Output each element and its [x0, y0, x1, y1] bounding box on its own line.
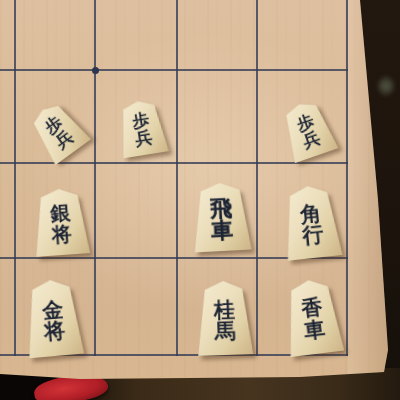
piece-kanji: 飛 車 — [209, 196, 233, 242]
piece-rook-2h[interactable]: 飛 車 — [191, 182, 251, 253]
light-reflection — [378, 76, 394, 96]
shogi-photo-scene: 歩 兵 歩 兵 歩 兵 銀 将 — [0, 0, 400, 400]
piece-knight-2i[interactable]: 桂 馬 — [196, 280, 254, 356]
piece-gold-4i[interactable]: 金 将 — [23, 278, 84, 359]
koma-face: 香 車 — [282, 277, 345, 357]
piece-pawn-3g[interactable]: 歩 兵 — [115, 98, 169, 159]
piece-silver-4h[interactable]: 銀 将 — [32, 187, 90, 257]
grid-line-vertical — [176, 0, 178, 356]
piece-kanji: 歩 兵 — [131, 111, 153, 148]
kanji-bottom: 車 — [211, 218, 234, 242]
piece-bishop-1h[interactable]: 角 行 — [280, 183, 342, 260]
koma-face: 銀 将 — [32, 187, 90, 257]
grid-line-vertical — [94, 0, 96, 356]
koma-face: 飛 車 — [191, 182, 251, 253]
koma-face: 角 行 — [280, 183, 342, 260]
koma-face: 歩 兵 — [115, 98, 169, 159]
star-point — [92, 67, 99, 74]
kanji-bottom: 馬 — [214, 320, 236, 342]
kanji-bottom: 兵 — [300, 129, 322, 151]
grid-line-vertical — [14, 0, 16, 356]
kanji-bottom: 兵 — [134, 128, 154, 148]
piece-kanji: 香 車 — [300, 296, 326, 341]
koma-face: 金 将 — [23, 278, 84, 359]
piece-kanji: 金 将 — [41, 298, 66, 342]
kanji-bottom: 車 — [303, 318, 326, 342]
koma-face: 桂 馬 — [196, 280, 254, 356]
kanji-bottom: 将 — [51, 223, 72, 245]
grid-line-vertical — [256, 0, 258, 356]
kanji-bottom: 行 — [301, 223, 324, 246]
kanji-bottom: 将 — [43, 319, 66, 342]
piece-kanji: 歩 兵 — [295, 112, 322, 150]
grid-line-horizontal — [0, 69, 348, 71]
piece-kanji: 銀 将 — [50, 203, 73, 245]
piece-kanji: 歩 兵 — [42, 113, 76, 151]
piece-kanji: 桂 馬 — [213, 298, 235, 342]
board-edge-margin — [348, 0, 392, 380]
piece-kanji: 角 行 — [299, 202, 324, 247]
piece-lance-1i[interactable]: 香 車 — [282, 277, 345, 357]
